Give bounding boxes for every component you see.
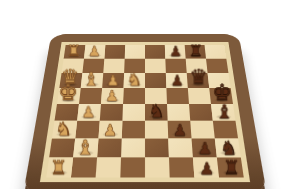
square-c4[interactable]: ♞ bbox=[124, 73, 145, 88]
square-h5[interactable] bbox=[145, 157, 170, 177]
white-pawn-e2[interactable]: ♟ bbox=[82, 105, 96, 120]
square-g8[interactable]: ♞ bbox=[215, 139, 241, 158]
black-knight-e5[interactable]: ♞ bbox=[148, 102, 165, 121]
square-a5[interactable] bbox=[145, 45, 165, 59]
black-pawn-g7[interactable]: ♟ bbox=[198, 141, 213, 157]
square-f3[interactable]: ♟ bbox=[98, 121, 122, 139]
white-bishop-g2[interactable]: ♝ bbox=[76, 137, 95, 158]
square-h4[interactable] bbox=[120, 157, 145, 177]
square-e6[interactable] bbox=[167, 104, 190, 121]
square-g2[interactable]: ♝ bbox=[73, 139, 98, 158]
square-b8[interactable] bbox=[206, 59, 228, 73]
square-c7[interactable]: ♛ bbox=[187, 73, 210, 88]
square-a6[interactable]: ♟ bbox=[165, 45, 186, 59]
square-f4[interactable] bbox=[122, 121, 145, 139]
white-rook-a1[interactable]: ♜ bbox=[67, 43, 81, 59]
square-h2[interactable] bbox=[71, 157, 97, 177]
square-a3[interactable] bbox=[104, 45, 125, 59]
white-knight-f1[interactable]: ♞ bbox=[55, 119, 72, 138]
chess-board: ♜♟♟♜♛♝♟♞♟♛♚♟♚♟♞♝♞♟♟♝♟♞♜♟♜ bbox=[46, 45, 244, 177]
square-f1[interactable]: ♞ bbox=[52, 121, 77, 139]
white-pawn-d3[interactable]: ♟ bbox=[105, 89, 118, 104]
black-pawn-f6[interactable]: ♟ bbox=[173, 123, 187, 139]
square-g3[interactable] bbox=[97, 139, 122, 158]
square-g7[interactable]: ♟ bbox=[192, 139, 217, 158]
square-a4[interactable] bbox=[125, 45, 145, 59]
square-f5[interactable] bbox=[145, 121, 168, 139]
square-a2[interactable]: ♟ bbox=[84, 45, 105, 59]
white-pawn-c3[interactable]: ♟ bbox=[106, 73, 119, 88]
square-h3[interactable] bbox=[96, 157, 121, 177]
square-d2[interactable] bbox=[79, 88, 102, 104]
square-b5[interactable] bbox=[145, 59, 166, 73]
black-rook-a7[interactable]: ♜ bbox=[189, 43, 203, 59]
square-f6[interactable]: ♟ bbox=[168, 121, 192, 139]
square-d6[interactable] bbox=[166, 88, 189, 104]
square-e4[interactable] bbox=[122, 104, 145, 121]
chess-set-photo: ♜♟♟♜♛♝♟♞♟♛♚♟♚♟♞♝♞♟♟♝♟♞♜♟♜ bbox=[0, 0, 290, 189]
square-a7[interactable]: ♜ bbox=[185, 45, 206, 59]
white-king-d1[interactable]: ♚ bbox=[58, 82, 78, 104]
white-bishop-c2[interactable]: ♝ bbox=[83, 70, 100, 88]
square-d3[interactable]: ♟ bbox=[101, 88, 124, 104]
square-g6[interactable] bbox=[168, 139, 193, 158]
black-knight-g8[interactable]: ♞ bbox=[220, 138, 238, 158]
square-d4[interactable] bbox=[123, 88, 145, 104]
black-rook-h8[interactable]: ♜ bbox=[223, 158, 240, 177]
square-g1[interactable] bbox=[49, 139, 75, 158]
square-h8[interactable]: ♜ bbox=[217, 157, 244, 177]
square-g5[interactable] bbox=[145, 139, 169, 158]
black-bishop-e8[interactable]: ♝ bbox=[215, 101, 233, 121]
black-queen-c7[interactable]: ♛ bbox=[189, 68, 207, 88]
square-e5[interactable]: ♞ bbox=[145, 104, 168, 121]
board-tilt-wrapper: ♜♟♟♜♛♝♟♞♟♛♚♟♚♟♞♝♞♟♟♝♟♞♜♟♜ bbox=[23, 34, 267, 189]
square-e8[interactable]: ♝ bbox=[211, 104, 235, 121]
board-frame: ♜♟♟♜♛♝♟♞♟♛♚♟♚♟♞♝♞♟♟♝♟♞♜♟♜ bbox=[23, 34, 267, 189]
square-f7[interactable] bbox=[190, 121, 215, 139]
black-pawn-h7[interactable]: ♟ bbox=[199, 161, 214, 178]
white-knight-c4[interactable]: ♞ bbox=[126, 70, 142, 88]
black-pawn-a6[interactable]: ♟ bbox=[169, 45, 181, 59]
square-e7[interactable] bbox=[189, 104, 213, 121]
square-d7[interactable] bbox=[188, 88, 211, 104]
square-a8[interactable] bbox=[205, 45, 227, 59]
square-e3[interactable] bbox=[100, 104, 123, 121]
black-pawn-c6[interactable]: ♟ bbox=[171, 73, 184, 88]
square-d1[interactable]: ♚ bbox=[57, 88, 81, 104]
square-h6[interactable] bbox=[169, 157, 194, 177]
square-a1[interactable]: ♜ bbox=[64, 45, 86, 59]
square-g4[interactable] bbox=[121, 139, 145, 158]
square-e2[interactable]: ♟ bbox=[77, 104, 101, 121]
square-h1[interactable]: ♜ bbox=[46, 157, 73, 177]
square-h7[interactable]: ♟ bbox=[193, 157, 219, 177]
white-pawn-f3[interactable]: ♟ bbox=[103, 123, 117, 139]
white-rook-h1[interactable]: ♜ bbox=[50, 158, 67, 177]
white-pawn-a2[interactable]: ♟ bbox=[88, 45, 100, 59]
